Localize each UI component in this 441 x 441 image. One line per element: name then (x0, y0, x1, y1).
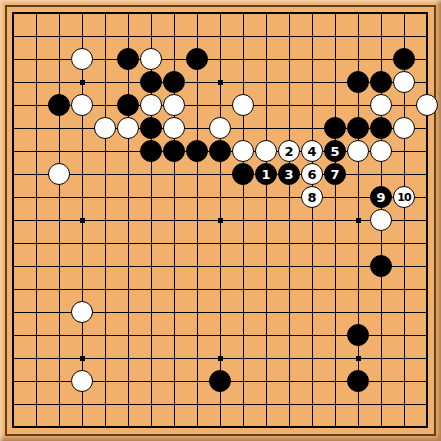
white-stone-move-4: 4 (301, 140, 323, 162)
black-stone (186, 140, 208, 162)
white-stone (347, 140, 369, 162)
black-stone (163, 140, 185, 162)
grid-line-horizontal (12, 289, 428, 290)
grid-line-horizontal (12, 266, 428, 267)
white-stone (71, 370, 93, 392)
white-stone (163, 94, 185, 116)
white-stone (370, 140, 392, 162)
white-stone (232, 140, 254, 162)
black-stone (347, 71, 369, 93)
black-stone-move-1: 1 (255, 163, 277, 185)
black-stone-move-5: 5 (324, 140, 346, 162)
black-stone (163, 71, 185, 93)
white-stone (71, 94, 93, 116)
black-stone (370, 255, 392, 277)
black-stone (209, 370, 231, 392)
move-number: 7 (330, 168, 339, 181)
white-stone (232, 94, 254, 116)
black-stone (370, 71, 392, 93)
white-stone (393, 71, 415, 93)
black-stone (117, 48, 139, 70)
black-stone (140, 117, 162, 139)
white-stone-move-10: 10 (393, 186, 415, 208)
star-point (80, 356, 85, 361)
move-number: 6 (307, 168, 316, 181)
black-stone (347, 370, 369, 392)
black-stone-move-7: 7 (324, 163, 346, 185)
black-stone (232, 163, 254, 185)
star-point (356, 218, 361, 223)
star-point (218, 80, 223, 85)
white-stone (255, 140, 277, 162)
white-stone-move-6: 6 (301, 163, 323, 185)
black-stone (117, 94, 139, 116)
white-stone (140, 94, 162, 116)
white-stone-move-8: 8 (301, 186, 323, 208)
grid-line-horizontal (12, 426, 428, 428)
grid-line-horizontal (12, 243, 428, 244)
grid-line-vertical (426, 12, 428, 428)
go-board: 24513678910 (0, 0, 441, 441)
move-number: 10 (397, 192, 410, 203)
white-stone (71, 48, 93, 70)
black-stone (140, 140, 162, 162)
grid-line-vertical (289, 12, 290, 428)
grid-line-horizontal (12, 404, 428, 405)
move-number: 3 (284, 168, 293, 181)
black-stone (393, 48, 415, 70)
white-stone (94, 117, 116, 139)
star-point (218, 218, 223, 223)
grid-line-vertical (335, 12, 336, 428)
star-point (356, 356, 361, 361)
grid-line-vertical (266, 12, 267, 428)
white-stone (416, 94, 438, 116)
white-stone (370, 209, 392, 231)
black-stone (347, 324, 369, 346)
black-stone (209, 140, 231, 162)
move-number: 4 (307, 145, 316, 158)
white-stone (370, 94, 392, 116)
black-stone (347, 117, 369, 139)
move-number: 8 (307, 191, 316, 204)
white-stone (163, 117, 185, 139)
black-stone (186, 48, 208, 70)
grid-line-vertical (243, 12, 244, 428)
black-stone (140, 71, 162, 93)
white-stone (117, 117, 139, 139)
move-number: 1 (261, 168, 270, 181)
white-stone (48, 163, 70, 185)
black-stone (48, 94, 70, 116)
star-point (218, 356, 223, 361)
move-number: 2 (284, 145, 293, 158)
star-point (80, 80, 85, 85)
white-stone (393, 117, 415, 139)
move-number: 5 (330, 145, 339, 158)
white-stone-move-2: 2 (278, 140, 300, 162)
move-number: 9 (376, 191, 385, 204)
white-stone (209, 117, 231, 139)
grid-line-vertical (312, 12, 313, 428)
star-point (80, 218, 85, 223)
black-stone (324, 117, 346, 139)
white-stone (71, 301, 93, 323)
black-stone-move-3: 3 (278, 163, 300, 185)
black-stone (370, 117, 392, 139)
white-stone (140, 48, 162, 70)
black-stone-move-9: 9 (370, 186, 392, 208)
